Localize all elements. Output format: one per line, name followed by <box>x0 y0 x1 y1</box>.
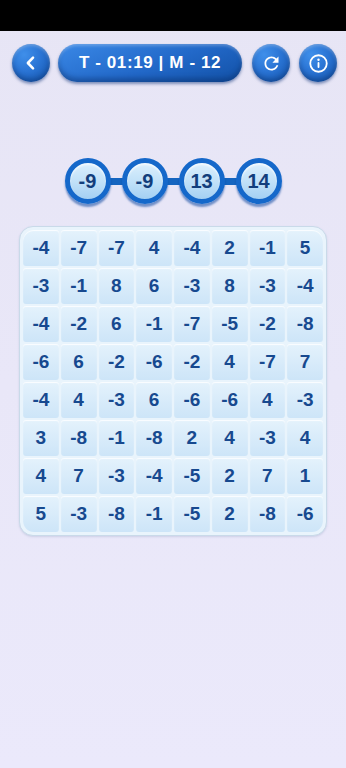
grid-cell-r2c3[interactable]: 8 <box>99 268 135 304</box>
grid-cell-r4c6[interactable]: 4 <box>212 344 248 380</box>
grid-cell-r6c7[interactable]: -3 <box>250 420 286 456</box>
grid-cell-r6c2[interactable]: -8 <box>61 420 97 456</box>
grid-cell-r7c8[interactable]: 1 <box>287 458 323 494</box>
target-chain-node-2: 13 <box>179 158 225 204</box>
chain-connector <box>110 178 123 185</box>
grid-cell-r4c4[interactable]: -6 <box>136 344 172 380</box>
grid-cell-r3c7[interactable]: -2 <box>250 306 286 342</box>
grid-cell-r7c5[interactable]: -5 <box>174 458 210 494</box>
grid-cell-r8c5[interactable]: -5 <box>174 496 210 532</box>
grid-cell-r2c6[interactable]: 8 <box>212 268 248 304</box>
grid-cell-r7c3[interactable]: -3 <box>99 458 135 494</box>
grid-cell-r6c1[interactable]: 3 <box>23 420 59 456</box>
grid-cell-r1c3[interactable]: -7 <box>99 230 135 266</box>
grid-cell-r4c2[interactable]: 6 <box>61 344 97 380</box>
grid-cell-r3c2[interactable]: -2 <box>61 306 97 342</box>
grid-cell-r7c7[interactable]: 7 <box>250 458 286 494</box>
grid-cell-r7c6[interactable]: 2 <box>212 458 248 494</box>
restart-button[interactable] <box>252 44 290 82</box>
grid-cell-r1c1[interactable]: -4 <box>23 230 59 266</box>
grid-cell-r2c5[interactable]: -3 <box>174 268 210 304</box>
grid-cell-r6c6[interactable]: 4 <box>212 420 248 456</box>
grid-cell-r3c8[interactable]: -8 <box>287 306 323 342</box>
grid-cell-r3c5[interactable]: -7 <box>174 306 210 342</box>
grid-cell-r2c7[interactable]: -3 <box>250 268 286 304</box>
grid-cell-r1c8[interactable]: 5 <box>287 230 323 266</box>
grid-cell-r5c4[interactable]: 6 <box>136 382 172 418</box>
target-chain-node-1: -9 <box>122 158 168 204</box>
grid-cell-r4c8[interactable]: 7 <box>287 344 323 380</box>
grid-cell-r7c4[interactable]: -4 <box>136 458 172 494</box>
grid-cell-r8c7[interactable]: -8 <box>250 496 286 532</box>
grid-cell-r5c1[interactable]: -4 <box>23 382 59 418</box>
grid-cell-r8c4[interactable]: -1 <box>136 496 172 532</box>
grid-cell-r3c6[interactable]: -5 <box>212 306 248 342</box>
grid-cell-r4c1[interactable]: -6 <box>23 344 59 380</box>
grid-cell-r5c2[interactable]: 4 <box>61 382 97 418</box>
number-grid-frame: -4-7-74-42-15-3-186-38-3-4-4-26-1-7-5-2-… <box>19 226 327 536</box>
info-icon <box>307 52 330 75</box>
grid-cell-r1c2[interactable]: -7 <box>61 230 97 266</box>
header-bar: T - 01:19 | M - 12 <box>12 44 337 82</box>
refresh-icon <box>261 53 282 74</box>
grid-cell-r7c2[interactable]: 7 <box>61 458 97 494</box>
timer-moves-pill: T - 01:19 | M - 12 <box>58 44 242 82</box>
app-screen: T - 01:19 | M - 12 -9-91314 -4-7-74-42-1… <box>0 0 346 768</box>
grid-cell-r6c8[interactable]: 4 <box>287 420 323 456</box>
grid-cell-r5c3[interactable]: -3 <box>99 382 135 418</box>
grid-cell-r5c8[interactable]: -3 <box>287 382 323 418</box>
grid-cell-r8c2[interactable]: -3 <box>61 496 97 532</box>
grid-cell-r2c8[interactable]: -4 <box>287 268 323 304</box>
grid-cell-r2c1[interactable]: -3 <box>23 268 59 304</box>
grid-cell-r6c5[interactable]: 2 <box>174 420 210 456</box>
grid-cell-r4c3[interactable]: -2 <box>99 344 135 380</box>
timer-moves-text: T - 01:19 | M - 12 <box>79 53 221 73</box>
grid-cell-r3c1[interactable]: -4 <box>23 306 59 342</box>
grid-cell-r2c2[interactable]: -1 <box>61 268 97 304</box>
status-bar <box>0 0 346 31</box>
grid-cell-r1c5[interactable]: -4 <box>174 230 210 266</box>
grid-cell-r3c3[interactable]: 6 <box>99 306 135 342</box>
number-grid: -4-7-74-42-15-3-186-38-3-4-4-26-1-7-5-2-… <box>23 230 323 532</box>
grid-cell-r5c7[interactable]: 4 <box>250 382 286 418</box>
grid-cell-r6c4[interactable]: -8 <box>136 420 172 456</box>
grid-cell-r8c3[interactable]: -8 <box>99 496 135 532</box>
grid-cell-r1c6[interactable]: 2 <box>212 230 248 266</box>
chain-connector <box>167 178 180 185</box>
target-chain-node-3: 14 <box>236 158 282 204</box>
grid-cell-r4c5[interactable]: -2 <box>174 344 210 380</box>
grid-cell-r6c3[interactable]: -1 <box>99 420 135 456</box>
grid-cell-r8c1[interactable]: 5 <box>23 496 59 532</box>
grid-cell-r1c7[interactable]: -1 <box>250 230 286 266</box>
grid-cell-r8c6[interactable]: 2 <box>212 496 248 532</box>
grid-cell-r1c4[interactable]: 4 <box>136 230 172 266</box>
grid-cell-r5c6[interactable]: -6 <box>212 382 248 418</box>
back-button[interactable] <box>12 44 50 82</box>
chevron-left-icon <box>20 52 42 74</box>
grid-cell-r7c1[interactable]: 4 <box>23 458 59 494</box>
chain-connector <box>224 178 237 185</box>
info-button[interactable] <box>299 44 337 82</box>
target-chain: -9-91314 <box>0 158 346 204</box>
grid-cell-r5c5[interactable]: -6 <box>174 382 210 418</box>
grid-cell-r4c7[interactable]: -7 <box>250 344 286 380</box>
grid-cell-r3c4[interactable]: -1 <box>136 306 172 342</box>
target-chain-node-0: -9 <box>65 158 111 204</box>
grid-cell-r8c8[interactable]: -6 <box>287 496 323 532</box>
grid-cell-r2c4[interactable]: 6 <box>136 268 172 304</box>
